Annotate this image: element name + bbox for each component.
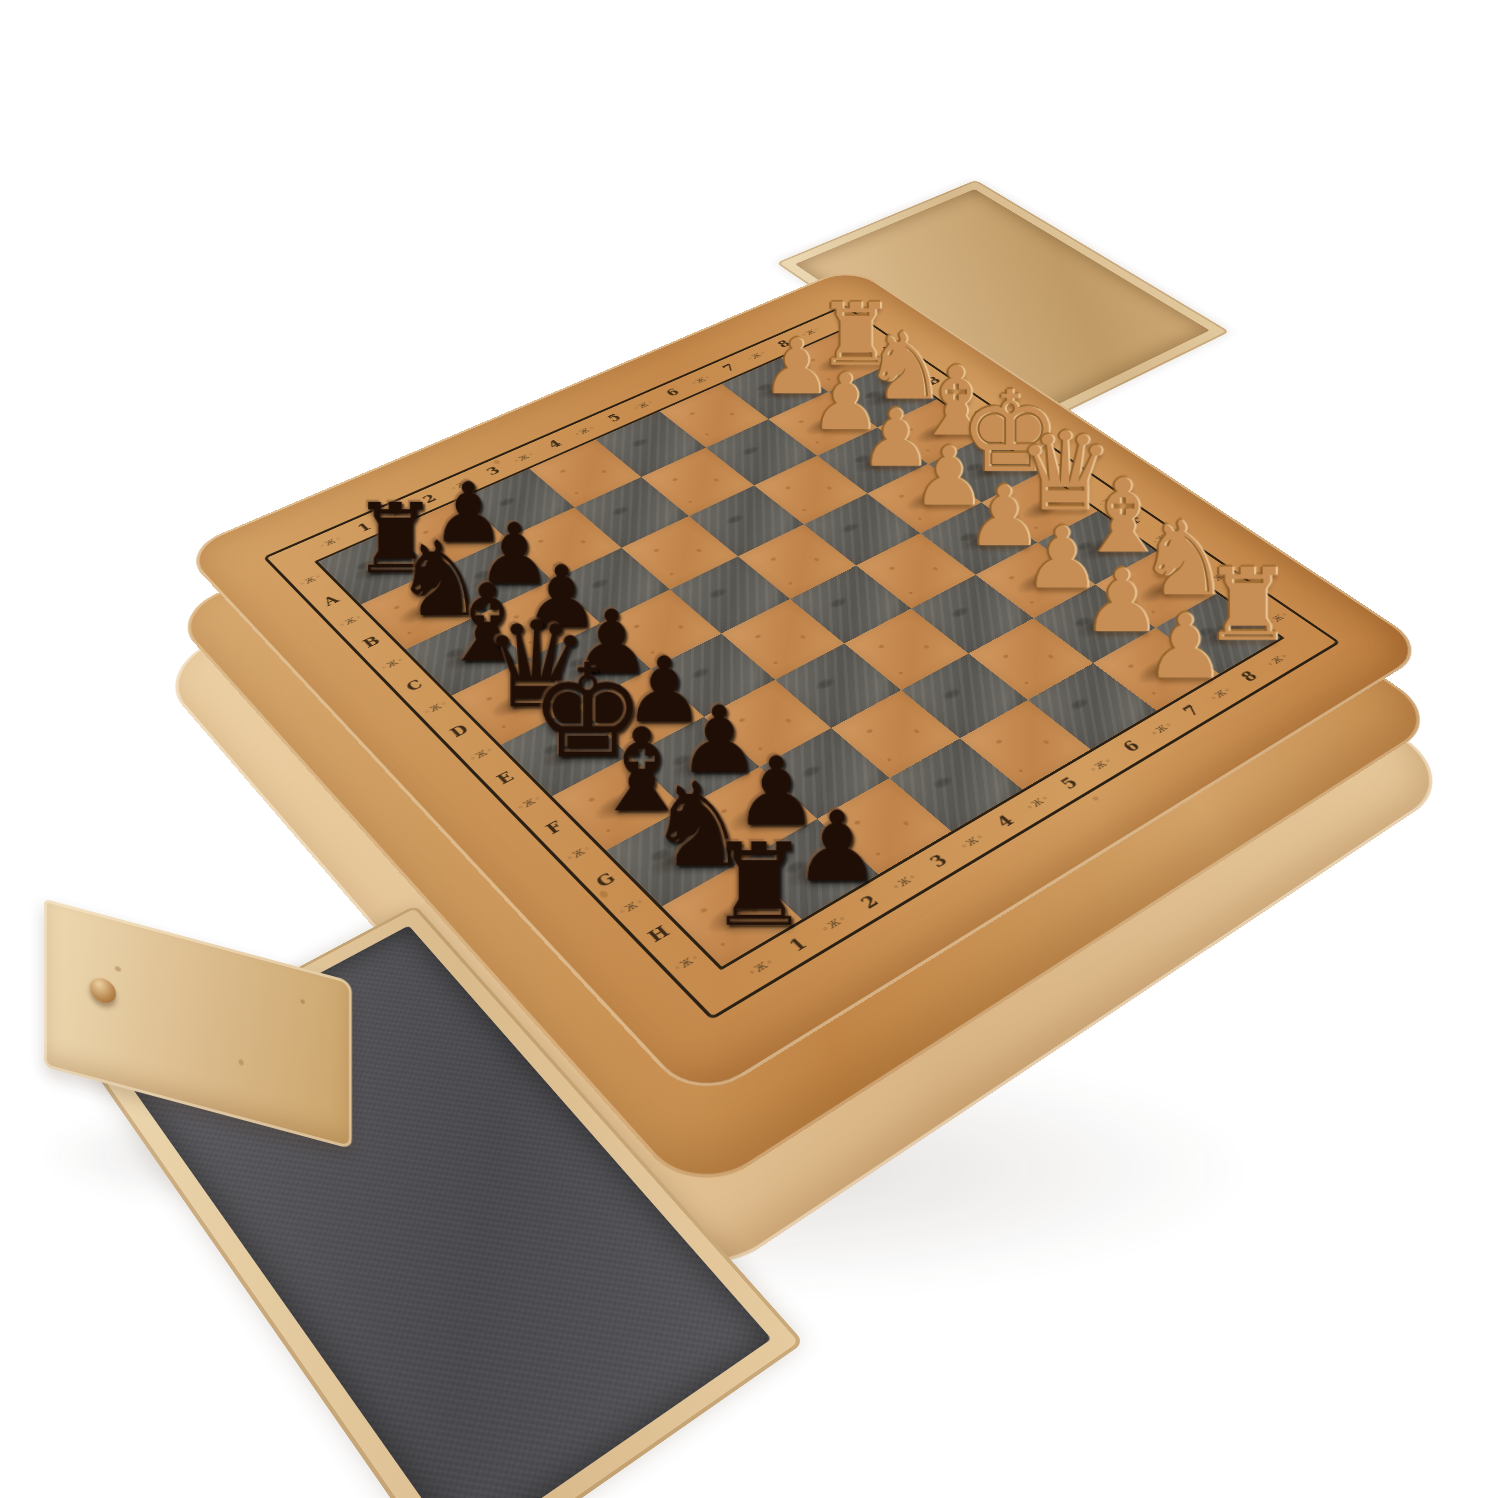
border-ornament-motif: ◦Ж◦ [467, 745, 496, 763]
border-ornament-motif: ◦Ж◦ [632, 399, 656, 411]
file-label-d: D [447, 722, 471, 739]
border-ornament-motif: ◦Ж◦ [573, 424, 598, 437]
rank-label-4: 4 [993, 813, 1017, 831]
left-drawer-knob[interactable] [90, 975, 116, 1006]
rank-label-4: 4 [545, 438, 564, 450]
rank-label-6: 6 [663, 387, 682, 398]
border-ornament-motif: ◦Ж◦ [515, 793, 545, 812]
border-ornament-motif: ◦Ж◦ [1087, 756, 1115, 774]
border-ornament-motif: ◦Ж◦ [512, 451, 537, 464]
piece-white-pawn-h7[interactable]: ♟ [1107, 605, 1262, 689]
file-label-c: C [403, 677, 426, 693]
border-ornament-motif: ◦Ж◦ [671, 952, 703, 974]
border-ornament-motif: ◦Ж◦ [564, 844, 594, 864]
border-ornament-motif: ◦Ж◦ [379, 655, 407, 671]
file-label-h: H [645, 923, 674, 945]
rank-label-5: 5 [605, 412, 624, 424]
piece-black-rook-h1[interactable]: ♜ [672, 831, 846, 940]
border-ornament-motif: ◦Ж◦ [616, 896, 647, 917]
perspective-stage: ◦Ж◦1◦Ж◦2◦Ж◦3◦Ж◦4◦Ж◦5◦Ж◦6◦Ж◦7◦Ж◦8◦Ж◦ ◦Ж◦1… [0, 0, 1500, 1498]
chess-board-assembly: ◦Ж◦1◦Ж◦2◦Ж◦3◦Ж◦4◦Ж◦5◦Ж◦6◦Ж◦7◦Ж◦8◦Ж◦ ◦Ж◦1… [180, 266, 1431, 1106]
product-photo-scene: ◦Ж◦1◦Ж◦2◦Ж◦3◦Ж◦4◦Ж◦5◦Ж◦6◦Ж◦7◦Ж◦8◦Ж◦ ◦Ж◦1… [0, 0, 1500, 1498]
